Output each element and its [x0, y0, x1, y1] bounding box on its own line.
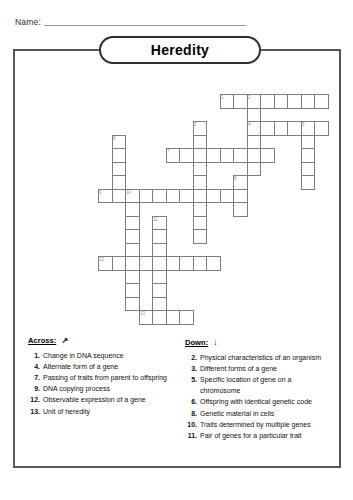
- clue-number-12: 12: [99, 257, 104, 261]
- clue-number-3: 3: [194, 122, 196, 126]
- across-clue-9: 9.DNA copying process: [28, 383, 180, 394]
- cell-r3c7[interactable]: [193, 135, 208, 150]
- cell-r14c2[interactable]: [125, 283, 140, 298]
- cell-r12c3[interactable]: [139, 256, 154, 271]
- clue-number-5: 5: [302, 122, 304, 126]
- cell-r6c1[interactable]: [112, 175, 127, 190]
- cell-r8c2[interactable]: [125, 202, 140, 217]
- cell-r2c14[interactable]: [287, 121, 302, 136]
- cell-r10c2[interactable]: [125, 229, 140, 244]
- across-clue-text-7: Passing of traits from parent to offspri…: [43, 372, 180, 383]
- cell-r12c8[interactable]: [206, 256, 221, 271]
- across-clue-text-4: Alternate form of a gene: [43, 361, 180, 372]
- across-clue-13: 13.Unit of heredity: [28, 406, 180, 417]
- cell-r1c11[interactable]: [247, 108, 262, 123]
- down-clue-2: 2.Physical characteristics of an organis…: [185, 352, 335, 363]
- cell-r7c4[interactable]: [152, 189, 167, 204]
- down-clue-number-11: 11.: [185, 430, 197, 441]
- down-clue-5: 5.Specific location of gene on a chromos…: [185, 374, 335, 396]
- cell-r3c15[interactable]: [301, 135, 316, 150]
- down-header: Down: ↓: [185, 338, 335, 347]
- cell-r2c16[interactable]: [314, 121, 329, 136]
- cell-r15c2[interactable]: [125, 297, 140, 312]
- down-clue-8: 8.Genetic material in cells: [185, 408, 335, 419]
- across-clue-4: 4.Alternate form of a gene: [28, 361, 180, 372]
- cell-r4c6[interactable]: [179, 148, 194, 163]
- cell-r7c3[interactable]: [139, 189, 154, 204]
- clue-number-11: 11: [153, 217, 158, 221]
- cell-r5c1[interactable]: [112, 162, 127, 177]
- cell-r4c1[interactable]: [112, 148, 127, 163]
- across-header: Across: ↗: [28, 336, 180, 345]
- cell-r4c15[interactable]: [301, 148, 316, 163]
- cell-r12c6[interactable]: [179, 256, 194, 271]
- cell-r13c4[interactable]: [152, 270, 167, 285]
- across-clue-12: 12.Observable expression of a gene: [28, 394, 180, 405]
- cell-r4c12[interactable]: [260, 148, 275, 163]
- cell-r0c15[interactable]: [301, 94, 316, 109]
- cell-r7c5[interactable]: [166, 189, 181, 204]
- down-clue-3: 3.Different forms of a gene: [185, 363, 335, 374]
- down-clue-number-5: 5.: [185, 374, 197, 396]
- cell-r12c4[interactable]: [152, 256, 167, 271]
- across-clue-text-13: Unit of heredity: [43, 406, 180, 417]
- across-clue-number-4: 4.: [28, 361, 40, 372]
- cell-r4c8[interactable]: [206, 148, 221, 163]
- cell-r5c7[interactable]: [193, 162, 208, 177]
- cell-r5c11[interactable]: [247, 162, 262, 177]
- across-clues-section: Across: ↗ 1.Change in DNA sequence4.Alte…: [28, 336, 180, 417]
- across-clue-7: 7.Passing of traits from parent to offsp…: [28, 372, 180, 383]
- across-clue-number-13: 13.: [28, 406, 40, 417]
- cell-r7c6[interactable]: [179, 189, 194, 204]
- across-clue-text-12: Observable expression of a gene: [43, 394, 180, 405]
- across-clue-text-9: DNA copying process: [43, 383, 180, 394]
- down-clue-number-8: 8.: [185, 408, 197, 419]
- across-arrow-icon: ↗: [61, 336, 68, 345]
- name-row: Name:: [15, 17, 246, 27]
- cell-r8c7[interactable]: [193, 202, 208, 217]
- clue-number-1: 1: [221, 95, 223, 99]
- down-clue-11: 11.Pair of genes for a particular trait: [185, 430, 335, 441]
- down-arrow-icon: ↓: [213, 338, 217, 347]
- clue-number-6: 6: [113, 136, 115, 140]
- name-blank-line[interactable]: [44, 24, 246, 26]
- cell-r10c4[interactable]: [152, 229, 167, 244]
- down-clue-6: 6.Offspring with identical genetic code: [185, 396, 335, 407]
- down-clue-number-2: 2.: [185, 352, 197, 363]
- cell-r16c4[interactable]: [152, 310, 167, 325]
- cell-r11c2[interactable]: [125, 243, 140, 258]
- cell-r7c8[interactable]: [206, 189, 221, 204]
- cell-r9c7[interactable]: [193, 216, 208, 231]
- cell-r16c5[interactable]: [166, 310, 181, 325]
- cell-r8c10[interactable]: [233, 202, 248, 217]
- clue-number-2: 2: [248, 95, 250, 99]
- cell-r6c7[interactable]: [193, 175, 208, 190]
- across-clue-number-9: 9.: [28, 383, 40, 394]
- cell-r14c4[interactable]: [152, 283, 167, 298]
- cell-r9c2[interactable]: [125, 216, 140, 231]
- clue-number-4: 4: [248, 122, 250, 126]
- cell-r11c4[interactable]: [152, 243, 167, 258]
- down-clue-number-6: 6.: [185, 396, 197, 407]
- cell-r7c9[interactable]: [220, 189, 235, 204]
- cell-r7c10[interactable]: [233, 189, 248, 204]
- down-clue-text-10: Traits determined by multiple genes: [200, 419, 335, 430]
- cell-r6c15[interactable]: [301, 175, 316, 190]
- down-clue-text-5: Specific location of gene on a chromosom…: [200, 374, 335, 396]
- clue-number-9: 9: [99, 190, 101, 194]
- cell-r7c1[interactable]: [112, 189, 127, 204]
- cell-r13c2[interactable]: [125, 270, 140, 285]
- clue-number-7: 7: [167, 149, 169, 153]
- cell-r0c12[interactable]: [260, 94, 275, 109]
- puzzle-title: Heredity: [151, 42, 209, 58]
- clue-number-10: 10: [126, 190, 131, 194]
- puzzle-title-pill: Heredity: [99, 36, 261, 64]
- cell-r4c7[interactable]: [193, 148, 208, 163]
- down-clue-text-6: Offspring with identical genetic code: [200, 396, 335, 407]
- cell-r4c11[interactable]: [247, 148, 262, 163]
- cell-r12c2[interactable]: [125, 256, 140, 271]
- cell-r10c7[interactable]: [193, 229, 208, 244]
- cell-r7c7[interactable]: [193, 189, 208, 204]
- cell-r0c14[interactable]: [287, 94, 302, 109]
- down-clue-text-3: Different forms of a gene: [200, 363, 335, 374]
- cell-r2c12[interactable]: [260, 121, 275, 136]
- cell-r16c6[interactable]: [179, 310, 194, 325]
- cell-r12c5[interactable]: [166, 256, 181, 271]
- worksheet-page: Name: Heredity 12345678910111213 Across:…: [0, 0, 353, 500]
- cell-r0c13[interactable]: [274, 94, 289, 109]
- clue-number-8: 8: [234, 176, 236, 180]
- cell-r5c15[interactable]: [301, 162, 316, 177]
- across-header-label: Across:: [28, 336, 56, 345]
- across-clue-list: 1.Change in DNA sequence4.Alternate form…: [28, 350, 180, 417]
- across-clue-number-1: 1.: [28, 350, 40, 361]
- down-clue-list: 2.Physical characteristics of an organis…: [185, 352, 335, 442]
- cell-r0c16[interactable]: [314, 94, 329, 109]
- down-header-label: Down:: [185, 338, 208, 347]
- down-clue-10: 10.Traits determined by multiple genes: [185, 419, 335, 430]
- down-clue-text-2: Physical characteristics of an organism: [200, 352, 335, 363]
- down-clue-number-3: 3.: [185, 363, 197, 374]
- cell-r3c11[interactable]: [247, 135, 262, 150]
- cell-r15c4[interactable]: [152, 297, 167, 312]
- cell-r0c10[interactable]: [233, 94, 248, 109]
- across-clue-number-12: 12.: [28, 394, 40, 405]
- cell-r2c13[interactable]: [274, 121, 289, 136]
- cell-r4c9[interactable]: [220, 148, 235, 163]
- across-clue-text-1: Change in DNA sequence: [43, 350, 180, 361]
- cell-r12c7[interactable]: [193, 256, 208, 271]
- crossword-grid: 12345678910111213: [98, 94, 329, 325]
- cell-r12c1[interactable]: [112, 256, 127, 271]
- name-label: Name:: [15, 17, 41, 27]
- down-clue-text-8: Genetic material in cells: [200, 408, 335, 419]
- down-clue-text-11: Pair of genes for a particular trait: [200, 430, 335, 441]
- across-clue-number-7: 7.: [28, 372, 40, 383]
- cell-r4c10[interactable]: [233, 148, 248, 163]
- down-clues-section: Down: ↓ 2.Physical characteristics of an…: [185, 338, 335, 441]
- down-clue-number-10: 10.: [185, 419, 197, 430]
- across-clue-1: 1.Change in DNA sequence: [28, 350, 180, 361]
- clue-number-13: 13: [140, 311, 145, 315]
